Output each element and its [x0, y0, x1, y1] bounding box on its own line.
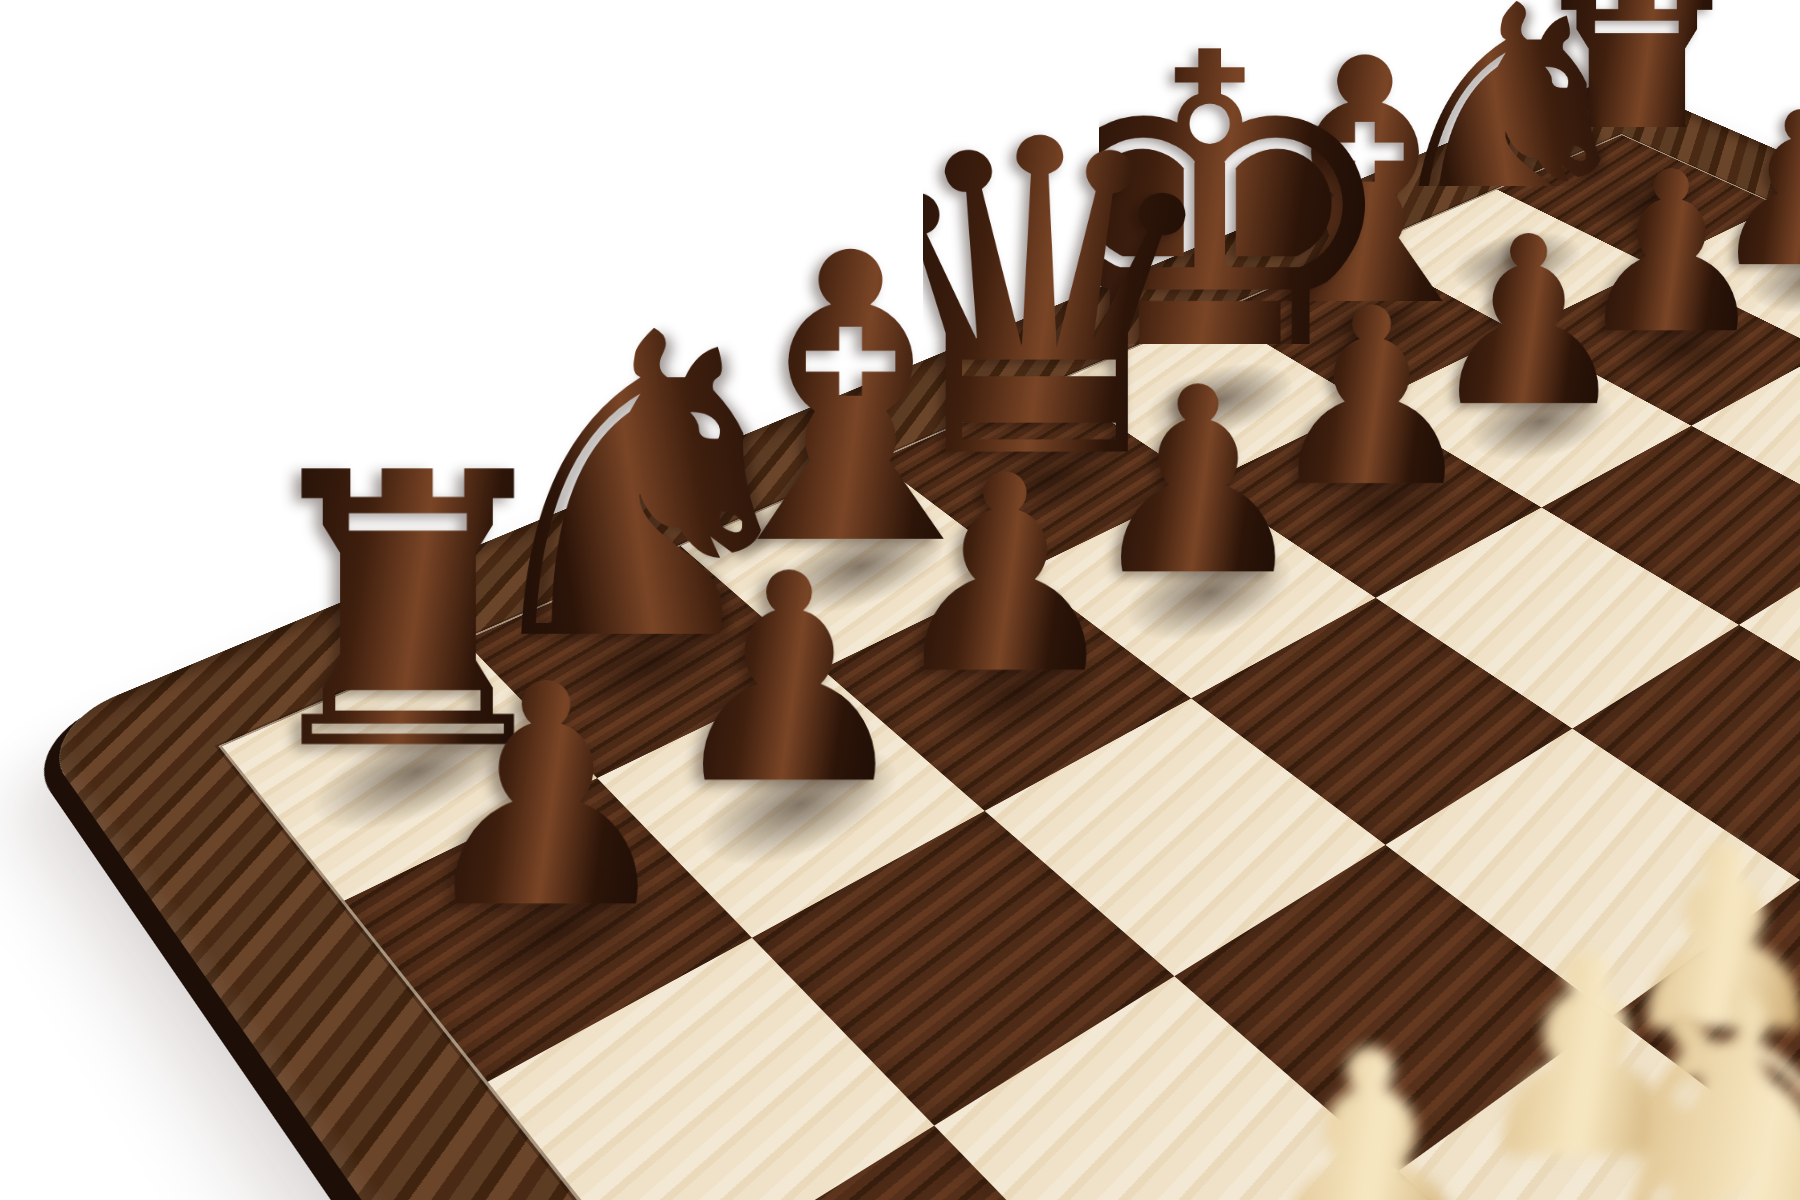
board-scene: ♜♞♝♛♚♝♞♜♟♟♟♟♟♟♟♟ [0, 0, 1800, 1200]
chess-set-photo: ♜♞♝♛♚♝♞♜♟♟♟♟♟♟♟♟ ♟♟♟♞ Wooden Staunton ch… [0, 0, 1800, 1200]
chess-board: ♜♞♝♛♚♝♞♜♟♟♟♟♟♟♟♟ [33, 76, 1800, 1200]
